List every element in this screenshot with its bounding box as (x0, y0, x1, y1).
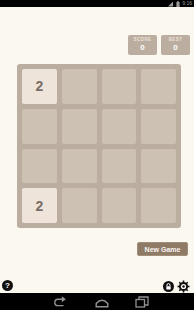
empty-cell (62, 188, 97, 223)
empty-cell (141, 109, 176, 144)
tile-2: 2 (22, 188, 57, 223)
nav-back-icon[interactable] (52, 296, 66, 308)
status-bar: 9:16 (0, 0, 194, 7)
empty-cell (102, 149, 137, 184)
help-icon[interactable]: ? (2, 280, 13, 291)
nav-home-icon[interactable] (95, 296, 109, 308)
score-box: SCORE 0 (128, 35, 157, 55)
empty-cell (62, 69, 97, 104)
empty-cell (62, 149, 97, 184)
empty-cell (102, 69, 137, 104)
empty-cell (22, 109, 57, 144)
empty-cell (62, 109, 97, 144)
empty-cell (102, 109, 137, 144)
signal-icon (168, 1, 174, 7)
settings-gear-icon[interactable] (177, 280, 190, 293)
battery-icon (176, 1, 180, 7)
new-game-button[interactable]: New Game (137, 242, 188, 256)
empty-cell (141, 188, 176, 223)
score-value: 0 (140, 43, 144, 53)
board-grid[interactable]: 22 (17, 64, 181, 228)
empty-cell (102, 188, 137, 223)
best-value: 0 (173, 43, 177, 53)
empty-cell (141, 149, 176, 184)
lock-icon[interactable] (163, 281, 174, 292)
empty-cell (141, 69, 176, 104)
best-box: BEST 0 (161, 35, 190, 55)
android-nav-bar (0, 293, 194, 310)
status-time: 9:16 (182, 0, 192, 7)
empty-cell (22, 149, 57, 184)
scoreboard: SCORE 0 BEST 0 (128, 35, 190, 55)
screen: { "game": "2048", "position": { "rows": … (0, 0, 194, 310)
nav-recents-icon[interactable] (135, 296, 149, 308)
tile-2: 2 (22, 69, 57, 104)
